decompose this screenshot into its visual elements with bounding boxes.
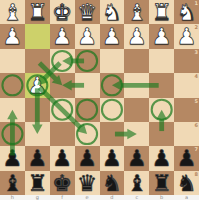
white-pawn[interactable]: ♟ <box>174 24 199 48</box>
square-d3[interactable] <box>100 49 125 73</box>
white-pawn[interactable]: ♟ <box>124 24 149 48</box>
white-knight[interactable]: ♞ <box>174 0 199 24</box>
black-bishop[interactable]: ♝ <box>124 171 149 195</box>
black-pawn[interactable]: ♟ <box>100 146 125 170</box>
white-king[interactable]: ♚ <box>50 0 75 24</box>
square-e6[interactable] <box>75 122 100 146</box>
square-d4[interactable] <box>100 73 125 97</box>
file-coordinate-g: g <box>25 195 50 200</box>
black-pawn[interactable]: ♟ <box>25 146 50 170</box>
black-bishop[interactable]: ♝ <box>0 171 25 195</box>
black-queen[interactable]: ♛ <box>75 171 100 195</box>
white-pawn[interactable]: ♟ <box>25 73 50 97</box>
square-b5[interactable] <box>149 98 174 122</box>
black-pawn[interactable]: ♟ <box>75 146 100 170</box>
white-bishop[interactable]: ♝ <box>0 0 25 24</box>
black-king[interactable]: ♚ <box>50 171 75 195</box>
black-knight[interactable]: ♞ <box>100 171 125 195</box>
white-queen[interactable]: ♛ <box>75 0 100 24</box>
square-e5[interactable] <box>75 98 100 122</box>
black-rook[interactable]: ♜ <box>25 171 50 195</box>
rank-coordinate-5: 5 <box>195 99 198 104</box>
file-coordinates-strip: hgfedcba <box>0 195 199 200</box>
black-pawn[interactable]: ♟ <box>50 146 75 170</box>
white-bishop[interactable]: ♝ <box>124 0 149 24</box>
black-pawn[interactable]: ♟ <box>174 146 199 170</box>
square-h3[interactable] <box>0 49 25 73</box>
rank-coordinate-3: 3 <box>195 50 198 55</box>
black-rook[interactable]: ♜ <box>149 171 174 195</box>
square-c6[interactable] <box>124 122 149 146</box>
square-g6[interactable] <box>25 122 50 146</box>
square-d6[interactable] <box>100 122 125 146</box>
square-e3[interactable] <box>75 49 100 73</box>
square-h5[interactable] <box>0 98 25 122</box>
square-f6[interactable] <box>50 122 75 146</box>
black-knight[interactable]: ♞ <box>174 171 199 195</box>
square-d5[interactable] <box>100 98 125 122</box>
black-pawn[interactable]: ♟ <box>149 146 174 170</box>
file-coordinate-f: f <box>50 195 75 200</box>
chess-app: 12345678♝♜♚♛♞♝♜♞♟♟♟♟♟♟♟♟♟♟♟♟♟♟♟♟♝♜♚♛♞♝♜♞… <box>0 0 199 200</box>
square-c5[interactable] <box>124 98 149 122</box>
file-coordinate-d: d <box>100 195 125 200</box>
white-pawn[interactable]: ♟ <box>0 24 25 48</box>
white-rook[interactable]: ♜ <box>25 0 50 24</box>
last-move-highlight <box>25 24 50 48</box>
square-g2[interactable] <box>25 24 50 48</box>
chess-board[interactable]: 12345678♝♜♚♛♞♝♜♞♟♟♟♟♟♟♟♟♟♟♟♟♟♟♟♟♝♜♚♛♞♝♜♞ <box>0 0 199 195</box>
square-h6[interactable] <box>0 122 25 146</box>
file-coordinate-e: e <box>75 195 100 200</box>
square-f4[interactable] <box>50 73 75 97</box>
square-f3[interactable] <box>50 49 75 73</box>
white-knight[interactable]: ♞ <box>100 0 125 24</box>
square-c4[interactable] <box>124 73 149 97</box>
white-pawn[interactable]: ♟ <box>149 24 174 48</box>
white-pawn[interactable]: ♟ <box>75 24 100 48</box>
white-rook[interactable]: ♜ <box>149 0 174 24</box>
rank-coordinate-6: 6 <box>195 123 198 128</box>
square-e4[interactable] <box>75 73 100 97</box>
white-pawn[interactable]: ♟ <box>50 24 75 48</box>
file-coordinate-a: a <box>174 195 199 200</box>
square-h4[interactable] <box>0 73 25 97</box>
square-b4[interactable] <box>149 73 174 97</box>
black-pawn[interactable]: ♟ <box>0 146 25 170</box>
white-pawn[interactable]: ♟ <box>100 24 125 48</box>
square-f5[interactable] <box>50 98 75 122</box>
rank-coordinate-4: 4 <box>195 74 198 79</box>
file-coordinate-c: c <box>124 195 149 200</box>
black-pawn[interactable]: ♟ <box>124 146 149 170</box>
square-b6[interactable] <box>149 122 174 146</box>
file-coordinate-h: h <box>0 195 25 200</box>
square-c3[interactable] <box>124 49 149 73</box>
square-g3[interactable] <box>25 49 50 73</box>
square-g5[interactable] <box>25 98 50 122</box>
square-b3[interactable] <box>149 49 174 73</box>
file-coordinate-b: b <box>149 195 174 200</box>
